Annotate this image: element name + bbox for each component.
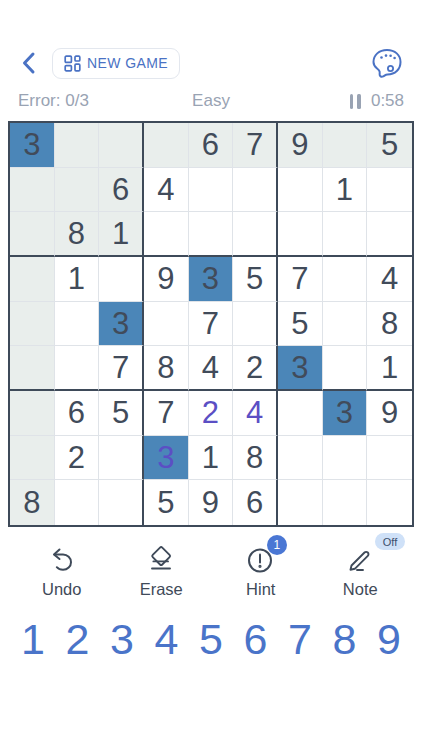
numpad-2[interactable]: 2 [57,615,99,664]
new-game-label: NEW GAME [87,55,168,71]
sudoku-cell-r4c4[interactable]: 9 [144,257,189,302]
sudoku-cell-r3c9[interactable] [367,212,412,257]
sudoku-cell-r1c7[interactable]: 9 [278,123,323,168]
sudoku-cell-r1c3[interactable] [99,123,144,168]
note-state-badge: Off [375,533,405,550]
numpad-5[interactable]: 5 [190,615,232,664]
grid-squares-icon [64,55,81,72]
sudoku-cell-r1c1[interactable]: 3 [10,123,55,168]
sudoku-cell-r4c8[interactable] [323,257,368,302]
chevron-left-icon [19,51,39,75]
sudoku-cell-r9c2[interactable] [55,480,100,525]
sudoku-cell-r7c5[interactable]: 2 [189,391,234,436]
sudoku-cell-r1c4[interactable] [144,123,189,168]
sudoku-cell-r5c4[interactable] [144,302,189,347]
sudoku-cell-r2c5[interactable] [189,168,234,213]
sudoku-cell-r8c1[interactable] [10,436,55,481]
sudoku-cell-r9c3[interactable] [99,480,144,525]
sudoku-cell-r4c5[interactable]: 3 [189,257,234,302]
sudoku-cell-r3c6[interactable] [233,212,278,257]
sudoku-cell-r9c5[interactable]: 9 [189,480,234,525]
sudoku-cell-r8c7[interactable] [278,436,323,481]
sudoku-cell-r9c1[interactable]: 8 [10,480,55,525]
sudoku-cell-r3c2[interactable]: 8 [55,212,100,257]
numpad-3[interactable]: 3 [101,615,143,664]
sudoku-cell-r9c9[interactable] [367,480,412,525]
sudoku-cell-r6c3[interactable]: 7 [99,346,144,391]
sudoku-cell-r1c8[interactable] [323,123,368,168]
top-bar: NEW GAME [0,46,422,80]
sudoku-cell-r2c4[interactable]: 4 [144,168,189,213]
sudoku-cell-r3c8[interactable] [323,212,368,257]
sudoku-cell-r5c3[interactable]: 3 [99,302,144,347]
sudoku-cell-r7c8[interactable]: 3 [323,391,368,436]
sudoku-cell-r8c3[interactable] [99,436,144,481]
sudoku-cell-r2c6[interactable] [233,168,278,213]
sudoku-cell-r8c8[interactable] [323,436,368,481]
toolbar: Undo Erase 1 Hint Off [12,541,410,599]
hint-label: Hint [246,580,275,599]
sudoku-cell-r4c7[interactable]: 7 [278,257,323,302]
sudoku-cell-r7c2[interactable]: 6 [55,391,100,436]
sudoku-cell-r3c1[interactable] [10,212,55,257]
pause-button[interactable] [348,92,363,111]
sudoku-cell-r1c9[interactable]: 5 [367,123,412,168]
sudoku-cell-r9c7[interactable] [278,480,323,525]
note-label: Note [343,580,378,599]
undo-label: Undo [42,580,81,599]
sudoku-cell-r5c6[interactable] [233,302,278,347]
palette-icon [369,45,405,81]
sudoku-cell-r4c2[interactable]: 1 [55,257,100,302]
new-game-button[interactable]: NEW GAME [52,48,180,79]
hint-button[interactable]: 1 Hint [211,541,311,599]
sudoku-cell-r7c3[interactable]: 5 [99,391,144,436]
status-bar: Error: 0/3 Easy 0:58 [0,89,422,113]
sudoku-cell-r8c4[interactable]: 3 [144,436,189,481]
sudoku-cell-r8c5[interactable]: 1 [189,436,234,481]
sudoku-cell-r2c3[interactable]: 6 [99,168,144,213]
sudoku-cell-r6c4[interactable]: 8 [144,346,189,391]
sudoku-cell-r4c9[interactable]: 4 [367,257,412,302]
sudoku-cell-r6c1[interactable] [10,346,55,391]
sudoku-cell-r6c2[interactable] [55,346,100,391]
sudoku-cell-r4c3[interactable] [99,257,144,302]
sudoku-cell-r5c7[interactable]: 5 [278,302,323,347]
sudoku-cell-r2c1[interactable] [10,168,55,213]
sudoku-cell-r3c4[interactable] [144,212,189,257]
sudoku-cell-r7c6[interactable]: 4 [233,391,278,436]
sudoku-cell-r6c8[interactable] [323,346,368,391]
sudoku-cell-r7c7[interactable] [278,391,323,436]
undo-button[interactable]: Undo [12,541,112,599]
sudoku-cell-r5c8[interactable] [323,302,368,347]
sudoku-cell-r2c9[interactable] [367,168,412,213]
sudoku-cell-r7c4[interactable]: 7 [144,391,189,436]
erase-button[interactable]: Erase [112,541,212,599]
sudoku-cell-r2c8[interactable]: 1 [323,168,368,213]
note-button[interactable]: Off Note [311,541,411,599]
number-pad: 123456789 [12,615,410,664]
sudoku-grid: 3679564181193574375878423165724392318859… [8,121,414,527]
numpad-7[interactable]: 7 [279,615,321,664]
sudoku-cell-r5c9[interactable]: 8 [367,302,412,347]
sudoku-cell-r1c6[interactable]: 7 [233,123,278,168]
erase-label: Erase [140,580,183,599]
sudoku-cell-r7c9[interactable]: 9 [367,391,412,436]
sudoku-cell-r1c2[interactable] [55,123,100,168]
sudoku-cell-r6c6[interactable]: 2 [233,346,278,391]
numpad-6[interactable]: 6 [235,615,277,664]
sudoku-cell-r2c7[interactable] [278,168,323,213]
error-counter: Error: 0/3 [18,91,89,111]
sudoku-cell-r1c5[interactable]: 6 [189,123,234,168]
sudoku-cell-r8c9[interactable] [367,436,412,481]
sudoku-cell-r6c9[interactable]: 1 [367,346,412,391]
eraser-icon [145,545,177,575]
sudoku-cell-r6c5[interactable]: 4 [189,346,234,391]
numpad-1[interactable]: 1 [12,615,54,664]
pencil-icon [345,545,375,575]
sudoku-cell-r3c5[interactable] [189,212,234,257]
theme-button[interactable] [368,44,406,82]
sudoku-cell-r4c1[interactable] [10,257,55,302]
sudoku-cell-r5c5[interactable]: 7 [189,302,234,347]
sudoku-cell-r9c4[interactable]: 5 [144,480,189,525]
sudoku-cell-r9c8[interactable] [323,480,368,525]
numpad-8[interactable]: 8 [324,615,366,664]
sudoku-cell-r5c2[interactable] [55,302,100,347]
sudoku-cell-r9c6[interactable]: 6 [233,480,278,525]
sudoku-cell-r4c6[interactable]: 5 [233,257,278,302]
sudoku-cell-r2c2[interactable] [55,168,100,213]
difficulty-label: Easy [192,91,230,111]
sudoku-cell-r6c7[interactable]: 3 [278,346,323,391]
sudoku-cell-r7c1[interactable] [10,391,55,436]
sudoku-cell-r8c6[interactable]: 8 [233,436,278,481]
numpad-9[interactable]: 9 [368,615,410,664]
sudoku-cell-r8c2[interactable]: 2 [55,436,100,481]
back-button[interactable] [16,48,42,78]
sudoku-cell-r3c3[interactable]: 1 [99,212,144,257]
undo-arrow-icon [47,545,77,575]
hint-count-badge: 1 [267,535,287,555]
numpad-4[interactable]: 4 [146,615,188,664]
sudoku-cell-r3c7[interactable] [278,212,323,257]
timer: 0:58 [371,91,404,111]
sudoku-cell-r5c1[interactable] [10,302,55,347]
